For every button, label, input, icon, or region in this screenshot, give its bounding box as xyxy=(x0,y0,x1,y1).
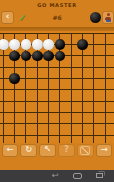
black-stone xyxy=(9,51,20,62)
black-to-move-stone-icon xyxy=(90,12,101,23)
refresh-icon: ↻ xyxy=(25,145,32,154)
goban-grid xyxy=(0,31,111,141)
hint-button[interactable]: ? xyxy=(58,144,75,157)
nav-recents-icon[interactable] xyxy=(96,173,103,178)
board-intersection[interactable] xyxy=(9,39,20,50)
restart-problem-button[interactable]: ↻ xyxy=(20,144,37,157)
question-mark-icon: ? xyxy=(64,145,69,154)
black-stone xyxy=(32,51,43,62)
next-problem-button[interactable]: → xyxy=(96,144,113,157)
white-stone xyxy=(32,39,43,50)
white-stone xyxy=(43,39,54,50)
black-stone xyxy=(43,51,54,62)
black-stone xyxy=(21,51,32,62)
person-icon xyxy=(104,13,112,22)
nav-home-icon[interactable] xyxy=(73,173,82,179)
board-intersection[interactable] xyxy=(77,39,88,50)
board-intersection[interactable] xyxy=(9,50,20,61)
right-arrow-icon: → xyxy=(100,145,107,154)
board-intersection[interactable] xyxy=(20,39,31,50)
bottom-toolbar: ← ↻ ↖ ? → xyxy=(0,142,114,158)
undo-move-button[interactable]: ↖ xyxy=(39,144,56,157)
board-intersection[interactable] xyxy=(9,73,20,84)
board-intersection[interactable] xyxy=(54,50,65,61)
nav-back-icon[interactable]: ↩ xyxy=(52,170,59,182)
black-stone xyxy=(55,51,66,62)
black-stone xyxy=(77,39,88,50)
player-avatar-button[interactable] xyxy=(102,11,114,24)
white-stone xyxy=(9,39,20,50)
white-stone xyxy=(0,39,9,50)
board-intersection[interactable] xyxy=(43,39,54,50)
board-intersection[interactable] xyxy=(20,50,31,61)
left-arrow-icon: ← xyxy=(6,145,13,154)
go-board[interactable] xyxy=(0,31,114,143)
board-intersection[interactable] xyxy=(100,130,111,141)
white-stone xyxy=(21,39,32,50)
previous-problem-button[interactable]: ← xyxy=(2,144,19,157)
top-toolbar: ‹ ✓ #6 xyxy=(0,9,114,27)
board-intersection[interactable] xyxy=(0,39,9,50)
board-intersection[interactable] xyxy=(32,50,43,61)
app-title: GO MASTER xyxy=(37,2,77,8)
show-solution-button[interactable] xyxy=(77,144,94,157)
black-stone xyxy=(55,39,66,50)
go-master-app-screen: GO MASTER ‹ ✓ #6 ← ↻ ↖ ? xyxy=(0,0,114,182)
diagonal-square-icon xyxy=(80,146,90,155)
undo-arrow-icon: ↖ xyxy=(44,145,51,154)
board-intersection[interactable] xyxy=(43,50,54,61)
black-stone xyxy=(9,73,20,84)
board-intersection[interactable] xyxy=(54,39,65,50)
board-intersection[interactable] xyxy=(32,39,43,50)
android-nav-bar: ↩ xyxy=(0,170,114,182)
